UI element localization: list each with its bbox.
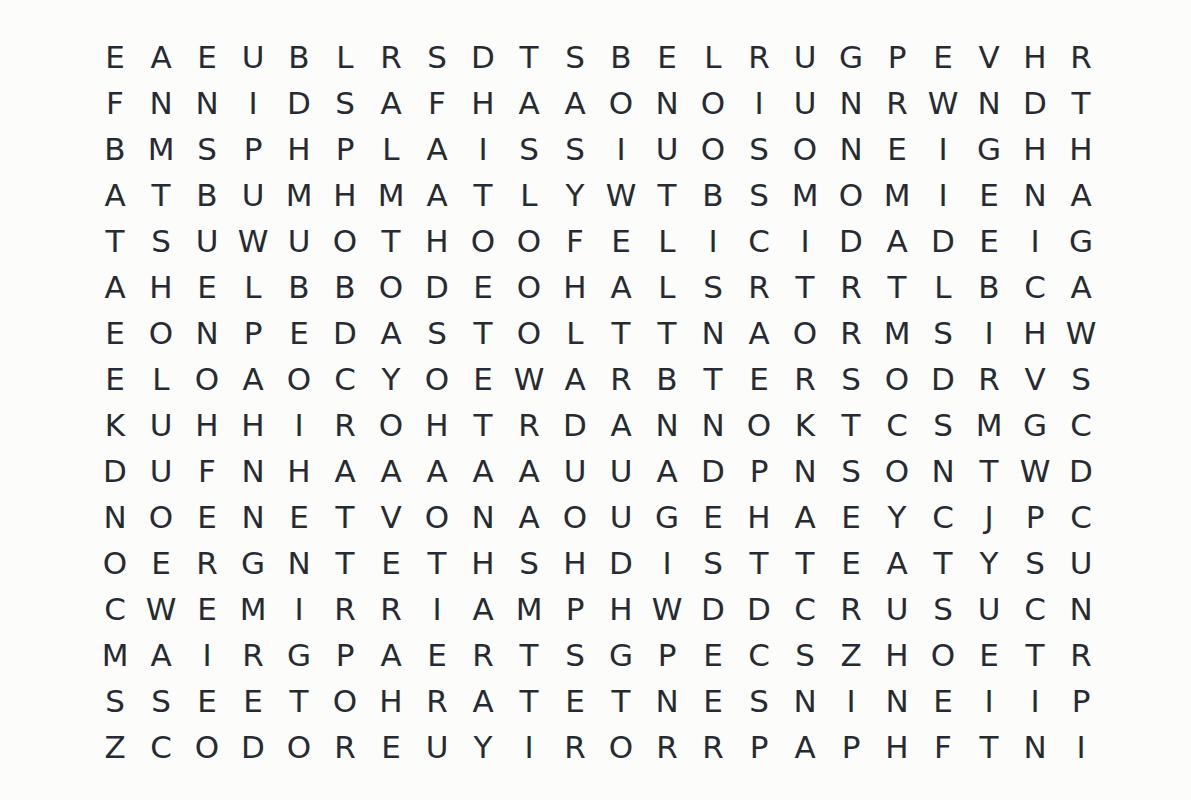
grid-cell-r13c1[interactable]: C (92, 586, 138, 632)
grid-cell-r15c1[interactable]: S (92, 678, 138, 724)
grid-cell-r5c3[interactable]: U (184, 218, 230, 264)
grid-cell-r12c14[interactable]: S (690, 540, 736, 586)
grid-cell-r15c18[interactable]: N (874, 678, 920, 724)
grid-cell-r15c4[interactable]: E (230, 678, 276, 724)
grid-cell-r6c10[interactable]: O (506, 264, 552, 310)
grid-cell-r6c2[interactable]: H (138, 264, 184, 310)
grid-cell-r15c9[interactable]: A (460, 678, 506, 724)
grid-cell-r6c22[interactable]: A (1058, 264, 1104, 310)
grid-cell-r3c11[interactable]: S (552, 126, 598, 172)
grid-cell-r6c13[interactable]: L (644, 264, 690, 310)
grid-cell-r8c3[interactable]: O (184, 356, 230, 402)
grid-cell-r13c9[interactable]: A (460, 586, 506, 632)
grid-cell-r8c12[interactable]: R (598, 356, 644, 402)
grid-cell-r5c10[interactable]: O (506, 218, 552, 264)
grid-cell-r2c6[interactable]: S (322, 80, 368, 126)
grid-cell-r11c10[interactable]: A (506, 494, 552, 540)
grid-cell-r4c4[interactable]: U (230, 172, 276, 218)
grid-cell-r8c20[interactable]: R (966, 356, 1012, 402)
grid-cell-r4c10[interactable]: L (506, 172, 552, 218)
grid-cell-r10c7[interactable]: A (368, 448, 414, 494)
grid-cell-r12c16[interactable]: T (782, 540, 828, 586)
grid-cell-r12c5[interactable]: N (276, 540, 322, 586)
grid-cell-r1c19[interactable]: E (920, 34, 966, 80)
grid-cell-r11c13[interactable]: G (644, 494, 690, 540)
grid-cell-r4c13[interactable]: T (644, 172, 690, 218)
grid-cell-r14c8[interactable]: E (414, 632, 460, 678)
grid-cell-r9c16[interactable]: K (782, 402, 828, 448)
grid-cell-r14c18[interactable]: H (874, 632, 920, 678)
grid-cell-r2c11[interactable]: A (552, 80, 598, 126)
grid-cell-r12c4[interactable]: G (230, 540, 276, 586)
grid-cell-r4c18[interactable]: M (874, 172, 920, 218)
grid-cell-r7c8[interactable]: S (414, 310, 460, 356)
grid-cell-r16c7[interactable]: E (368, 724, 414, 770)
grid-cell-r2c14[interactable]: O (690, 80, 736, 126)
grid-cell-r7c11[interactable]: L (552, 310, 598, 356)
grid-cell-r1c17[interactable]: G (828, 34, 874, 80)
grid-cell-r2c20[interactable]: N (966, 80, 1012, 126)
grid-cell-r16c6[interactable]: R (322, 724, 368, 770)
grid-cell-r15c10[interactable]: T (506, 678, 552, 724)
grid-cell-r2c7[interactable]: A (368, 80, 414, 126)
grid-cell-r9c2[interactable]: U (138, 402, 184, 448)
grid-cell-r8c5[interactable]: O (276, 356, 322, 402)
grid-cell-r10c9[interactable]: A (460, 448, 506, 494)
grid-cell-r7c5[interactable]: E (276, 310, 322, 356)
grid-cell-r1c20[interactable]: V (966, 34, 1012, 80)
grid-cell-r7c1[interactable]: E (92, 310, 138, 356)
grid-cell-r2c2[interactable]: N (138, 80, 184, 126)
grid-cell-r4c17[interactable]: O (828, 172, 874, 218)
grid-cell-r16c1[interactable]: Z (92, 724, 138, 770)
grid-cell-r14c3[interactable]: I (184, 632, 230, 678)
grid-cell-r10c1[interactable]: D (92, 448, 138, 494)
grid-cell-r13c10[interactable]: M (506, 586, 552, 632)
grid-cell-r9c4[interactable]: H (230, 402, 276, 448)
grid-cell-r5c17[interactable]: D (828, 218, 874, 264)
grid-cell-r15c6[interactable]: O (322, 678, 368, 724)
grid-cell-r13c15[interactable]: D (736, 586, 782, 632)
grid-cell-r15c20[interactable]: I (966, 678, 1012, 724)
grid-cell-r10c3[interactable]: F (184, 448, 230, 494)
grid-cell-r11c19[interactable]: C (920, 494, 966, 540)
grid-cell-r11c2[interactable]: O (138, 494, 184, 540)
grid-cell-r15c16[interactable]: N (782, 678, 828, 724)
grid-cell-r13c5[interactable]: I (276, 586, 322, 632)
grid-cell-r14c16[interactable]: S (782, 632, 828, 678)
grid-cell-r3c20[interactable]: G (966, 126, 1012, 172)
grid-cell-r5c14[interactable]: I (690, 218, 736, 264)
grid-cell-r8c9[interactable]: E (460, 356, 506, 402)
grid-cell-r16c19[interactable]: F (920, 724, 966, 770)
grid-cell-r9c13[interactable]: N (644, 402, 690, 448)
grid-cell-r1c8[interactable]: S (414, 34, 460, 80)
grid-cell-r8c7[interactable]: Y (368, 356, 414, 402)
grid-cell-r7c16[interactable]: O (782, 310, 828, 356)
grid-cell-r3c3[interactable]: S (184, 126, 230, 172)
grid-cell-r12c11[interactable]: H (552, 540, 598, 586)
grid-cell-r11c9[interactable]: N (460, 494, 506, 540)
grid-cell-r15c7[interactable]: H (368, 678, 414, 724)
grid-cell-r1c3[interactable]: E (184, 34, 230, 80)
grid-cell-r13c6[interactable]: R (322, 586, 368, 632)
grid-cell-r2c10[interactable]: A (506, 80, 552, 126)
grid-cell-r3c18[interactable]: E (874, 126, 920, 172)
grid-cell-r16c15[interactable]: P (736, 724, 782, 770)
grid-cell-r10c13[interactable]: A (644, 448, 690, 494)
grid-cell-r14c12[interactable]: G (598, 632, 644, 678)
grid-cell-r8c13[interactable]: B (644, 356, 690, 402)
grid-cell-r10c17[interactable]: S (828, 448, 874, 494)
grid-cell-r8c17[interactable]: S (828, 356, 874, 402)
grid-cell-r9c8[interactable]: H (414, 402, 460, 448)
grid-cell-r9c3[interactable]: H (184, 402, 230, 448)
grid-cell-r14c20[interactable]: E (966, 632, 1012, 678)
grid-cell-r9c6[interactable]: R (322, 402, 368, 448)
grid-cell-r8c2[interactable]: L (138, 356, 184, 402)
grid-cell-r1c4[interactable]: U (230, 34, 276, 80)
grid-cell-r4c3[interactable]: B (184, 172, 230, 218)
grid-cell-r8c18[interactable]: O (874, 356, 920, 402)
grid-cell-r2c13[interactable]: N (644, 80, 690, 126)
grid-cell-r10c12[interactable]: U (598, 448, 644, 494)
grid-cell-r1c6[interactable]: L (322, 34, 368, 80)
grid-cell-r16c11[interactable]: R (552, 724, 598, 770)
grid-cell-r11c3[interactable]: E (184, 494, 230, 540)
grid-cell-r6c15[interactable]: R (736, 264, 782, 310)
grid-cell-r13c8[interactable]: I (414, 586, 460, 632)
grid-cell-r2c1[interactable]: F (92, 80, 138, 126)
grid-cell-r7c20[interactable]: I (966, 310, 1012, 356)
grid-cell-r10c16[interactable]: N (782, 448, 828, 494)
grid-cell-r8c21[interactable]: V (1012, 356, 1058, 402)
grid-cell-r9c7[interactable]: O (368, 402, 414, 448)
grid-cell-r2c4[interactable]: I (230, 80, 276, 126)
grid-cell-r16c14[interactable]: R (690, 724, 736, 770)
grid-cell-r13c7[interactable]: R (368, 586, 414, 632)
grid-cell-r15c21[interactable]: I (1012, 678, 1058, 724)
grid-cell-r7c2[interactable]: O (138, 310, 184, 356)
grid-cell-r12c12[interactable]: D (598, 540, 644, 586)
grid-cell-r6c1[interactable]: A (92, 264, 138, 310)
grid-cell-r3c19[interactable]: I (920, 126, 966, 172)
grid-cell-r3c21[interactable]: H (1012, 126, 1058, 172)
grid-cell-r5c13[interactable]: L (644, 218, 690, 264)
grid-cell-r13c12[interactable]: H (598, 586, 644, 632)
grid-cell-r5c19[interactable]: D (920, 218, 966, 264)
grid-cell-r16c16[interactable]: A (782, 724, 828, 770)
grid-cell-r15c14[interactable]: E (690, 678, 736, 724)
grid-cell-r3c13[interactable]: U (644, 126, 690, 172)
grid-cell-r5c7[interactable]: T (368, 218, 414, 264)
grid-cell-r2c5[interactable]: D (276, 80, 322, 126)
grid-cell-r15c13[interactable]: N (644, 678, 690, 724)
grid-cell-r8c11[interactable]: A (552, 356, 598, 402)
grid-cell-r4c9[interactable]: T (460, 172, 506, 218)
grid-cell-r6c7[interactable]: O (368, 264, 414, 310)
grid-cell-r10c20[interactable]: T (966, 448, 1012, 494)
grid-cell-r13c18[interactable]: U (874, 586, 920, 632)
grid-cell-r6c11[interactable]: H (552, 264, 598, 310)
grid-cell-r3c7[interactable]: L (368, 126, 414, 172)
grid-cell-r1c11[interactable]: S (552, 34, 598, 80)
grid-cell-r13c11[interactable]: P (552, 586, 598, 632)
grid-cell-r12c20[interactable]: Y (966, 540, 1012, 586)
grid-cell-r3c10[interactable]: S (506, 126, 552, 172)
grid-cell-r8c19[interactable]: D (920, 356, 966, 402)
grid-cell-r5c6[interactable]: O (322, 218, 368, 264)
grid-cell-r2c12[interactable]: O (598, 80, 644, 126)
grid-cell-r13c3[interactable]: E (184, 586, 230, 632)
grid-cell-r14c4[interactable]: R (230, 632, 276, 678)
grid-cell-r5c21[interactable]: I (1012, 218, 1058, 264)
grid-cell-r7c4[interactable]: P (230, 310, 276, 356)
grid-cell-r14c10[interactable]: T (506, 632, 552, 678)
grid-cell-r16c2[interactable]: C (138, 724, 184, 770)
grid-cell-r16c20[interactable]: T (966, 724, 1012, 770)
grid-cell-r14c2[interactable]: A (138, 632, 184, 678)
grid-cell-r3c1[interactable]: B (92, 126, 138, 172)
grid-cell-r5c12[interactable]: E (598, 218, 644, 264)
grid-cell-r16c4[interactable]: D (230, 724, 276, 770)
grid-cell-r12c22[interactable]: U (1058, 540, 1104, 586)
grid-cell-r5c4[interactable]: W (230, 218, 276, 264)
grid-cell-r11c18[interactable]: Y (874, 494, 920, 540)
grid-cell-r9c18[interactable]: C (874, 402, 920, 448)
grid-cell-r5c11[interactable]: F (552, 218, 598, 264)
grid-cell-r16c22[interactable]: I (1058, 724, 1104, 770)
grid-cell-r2c16[interactable]: U (782, 80, 828, 126)
grid-cell-r3c22[interactable]: H (1058, 126, 1104, 172)
grid-cell-r4c11[interactable]: Y (552, 172, 598, 218)
grid-cell-r8c1[interactable]: E (92, 356, 138, 402)
grid-cell-r10c19[interactable]: N (920, 448, 966, 494)
grid-cell-r4c7[interactable]: M (368, 172, 414, 218)
grid-cell-r3c14[interactable]: O (690, 126, 736, 172)
grid-cell-r10c6[interactable]: A (322, 448, 368, 494)
grid-cell-r9c5[interactable]: I (276, 402, 322, 448)
grid-cell-r14c5[interactable]: G (276, 632, 322, 678)
grid-cell-r11c21[interactable]: P (1012, 494, 1058, 540)
grid-cell-r9c15[interactable]: O (736, 402, 782, 448)
grid-cell-r14c6[interactable]: P (322, 632, 368, 678)
grid-cell-r16c9[interactable]: Y (460, 724, 506, 770)
grid-cell-r15c8[interactable]: R (414, 678, 460, 724)
grid-cell-r8c6[interactable]: C (322, 356, 368, 402)
grid-cell-r13c20[interactable]: U (966, 586, 1012, 632)
grid-cell-r12c3[interactable]: R (184, 540, 230, 586)
grid-cell-r5c16[interactable]: I (782, 218, 828, 264)
grid-cell-r6c16[interactable]: T (782, 264, 828, 310)
grid-cell-r14c21[interactable]: T (1012, 632, 1058, 678)
grid-cell-r3c12[interactable]: I (598, 126, 644, 172)
grid-cell-r13c21[interactable]: C (1012, 586, 1058, 632)
grid-cell-r7c22[interactable]: W (1058, 310, 1104, 356)
grid-cell-r6c3[interactable]: E (184, 264, 230, 310)
grid-cell-r8c15[interactable]: E (736, 356, 782, 402)
grid-cell-r5c18[interactable]: A (874, 218, 920, 264)
grid-cell-r1c16[interactable]: U (782, 34, 828, 80)
grid-cell-r7c7[interactable]: A (368, 310, 414, 356)
grid-cell-r14c13[interactable]: P (644, 632, 690, 678)
grid-cell-r11c16[interactable]: A (782, 494, 828, 540)
grid-cell-r1c7[interactable]: R (368, 34, 414, 80)
grid-cell-r14c15[interactable]: C (736, 632, 782, 678)
grid-cell-r5c2[interactable]: S (138, 218, 184, 264)
grid-cell-r6c17[interactable]: R (828, 264, 874, 310)
grid-cell-r13c16[interactable]: C (782, 586, 828, 632)
grid-cell-r6c18[interactable]: T (874, 264, 920, 310)
grid-cell-r12c8[interactable]: T (414, 540, 460, 586)
grid-cell-r4c16[interactable]: M (782, 172, 828, 218)
grid-cell-r11c5[interactable]: E (276, 494, 322, 540)
grid-cell-r5c20[interactable]: E (966, 218, 1012, 264)
grid-cell-r12c15[interactable]: T (736, 540, 782, 586)
grid-cell-r16c3[interactable]: O (184, 724, 230, 770)
grid-cell-r11c22[interactable]: C (1058, 494, 1104, 540)
grid-cell-r3c8[interactable]: A (414, 126, 460, 172)
grid-cell-r4c5[interactable]: M (276, 172, 322, 218)
grid-cell-r5c15[interactable]: C (736, 218, 782, 264)
grid-cell-r7c15[interactable]: A (736, 310, 782, 356)
grid-cell-r14c19[interactable]: O (920, 632, 966, 678)
grid-cell-r7c12[interactable]: T (598, 310, 644, 356)
grid-cell-r1c18[interactable]: P (874, 34, 920, 80)
grid-cell-r1c5[interactable]: B (276, 34, 322, 80)
grid-cell-r5c22[interactable]: G (1058, 218, 1104, 264)
grid-cell-r10c5[interactable]: H (276, 448, 322, 494)
grid-cell-r15c15[interactable]: S (736, 678, 782, 724)
grid-cell-r12c13[interactable]: I (644, 540, 690, 586)
grid-cell-r14c14[interactable]: E (690, 632, 736, 678)
grid-cell-r10c15[interactable]: P (736, 448, 782, 494)
grid-cell-r10c22[interactable]: D (1058, 448, 1104, 494)
grid-cell-r5c8[interactable]: H (414, 218, 460, 264)
grid-cell-r7c10[interactable]: O (506, 310, 552, 356)
grid-cell-r2c15[interactable]: I (736, 80, 782, 126)
grid-cell-r9c19[interactable]: S (920, 402, 966, 448)
grid-cell-r7c18[interactable]: M (874, 310, 920, 356)
grid-cell-r12c19[interactable]: T (920, 540, 966, 586)
grid-cell-r15c11[interactable]: E (552, 678, 598, 724)
grid-cell-r13c14[interactable]: D (690, 586, 736, 632)
grid-cell-r11c8[interactable]: O (414, 494, 460, 540)
grid-cell-r15c5[interactable]: T (276, 678, 322, 724)
grid-cell-r2c19[interactable]: W (920, 80, 966, 126)
grid-cell-r4c14[interactable]: B (690, 172, 736, 218)
grid-cell-r11c4[interactable]: N (230, 494, 276, 540)
grid-cell-r1c15[interactable]: R (736, 34, 782, 80)
grid-cell-r12c17[interactable]: E (828, 540, 874, 586)
grid-cell-r3c17[interactable]: N (828, 126, 874, 172)
grid-cell-r9c21[interactable]: G (1012, 402, 1058, 448)
grid-cell-r11c20[interactable]: J (966, 494, 1012, 540)
grid-cell-r10c18[interactable]: O (874, 448, 920, 494)
grid-cell-r15c22[interactable]: P (1058, 678, 1104, 724)
grid-cell-r12c6[interactable]: T (322, 540, 368, 586)
grid-cell-r7c19[interactable]: S (920, 310, 966, 356)
grid-cell-r6c6[interactable]: B (322, 264, 368, 310)
grid-cell-r6c5[interactable]: B (276, 264, 322, 310)
grid-cell-r13c22[interactable]: N (1058, 586, 1104, 632)
grid-cell-r14c1[interactable]: M (92, 632, 138, 678)
grid-cell-r7c21[interactable]: H (1012, 310, 1058, 356)
grid-cell-r2c8[interactable]: F (414, 80, 460, 126)
grid-cell-r4c21[interactable]: N (1012, 172, 1058, 218)
grid-cell-r12c2[interactable]: E (138, 540, 184, 586)
grid-cell-r2c9[interactable]: H (460, 80, 506, 126)
grid-cell-r9c12[interactable]: A (598, 402, 644, 448)
grid-cell-r4c15[interactable]: S (736, 172, 782, 218)
grid-cell-r6c20[interactable]: B (966, 264, 1012, 310)
grid-cell-r11c7[interactable]: V (368, 494, 414, 540)
grid-cell-r5c9[interactable]: O (460, 218, 506, 264)
grid-cell-r8c16[interactable]: R (782, 356, 828, 402)
grid-cell-r7c6[interactable]: D (322, 310, 368, 356)
grid-cell-r15c3[interactable]: E (184, 678, 230, 724)
grid-cell-r11c17[interactable]: E (828, 494, 874, 540)
grid-cell-r10c2[interactable]: U (138, 448, 184, 494)
grid-cell-r4c19[interactable]: I (920, 172, 966, 218)
grid-cell-r4c8[interactable]: A (414, 172, 460, 218)
grid-cell-r6c4[interactable]: L (230, 264, 276, 310)
grid-cell-r15c12[interactable]: T (598, 678, 644, 724)
grid-cell-r7c17[interactable]: R (828, 310, 874, 356)
grid-cell-r13c4[interactable]: M (230, 586, 276, 632)
grid-cell-r16c8[interactable]: U (414, 724, 460, 770)
grid-cell-r16c13[interactable]: R (644, 724, 690, 770)
grid-cell-r1c2[interactable]: A (138, 34, 184, 80)
grid-cell-r12c9[interactable]: H (460, 540, 506, 586)
grid-cell-r11c15[interactable]: H (736, 494, 782, 540)
grid-cell-r14c7[interactable]: A (368, 632, 414, 678)
grid-cell-r6c21[interactable]: C (1012, 264, 1058, 310)
grid-cell-r4c20[interactable]: E (966, 172, 1012, 218)
grid-cell-r8c22[interactable]: S (1058, 356, 1104, 402)
grid-cell-r1c21[interactable]: H (1012, 34, 1058, 80)
grid-cell-r11c1[interactable]: N (92, 494, 138, 540)
grid-cell-r8c4[interactable]: A (230, 356, 276, 402)
grid-cell-r8c10[interactable]: W (506, 356, 552, 402)
grid-cell-r7c14[interactable]: N (690, 310, 736, 356)
grid-cell-r6c19[interactable]: L (920, 264, 966, 310)
grid-cell-r11c6[interactable]: T (322, 494, 368, 540)
grid-cell-r12c10[interactable]: S (506, 540, 552, 586)
grid-cell-r10c4[interactable]: N (230, 448, 276, 494)
grid-cell-r15c19[interactable]: E (920, 678, 966, 724)
grid-cell-r4c6[interactable]: H (322, 172, 368, 218)
grid-cell-r1c1[interactable]: E (92, 34, 138, 80)
grid-cell-r5c5[interactable]: U (276, 218, 322, 264)
grid-cell-r16c12[interactable]: O (598, 724, 644, 770)
grid-cell-r10c14[interactable]: D (690, 448, 736, 494)
grid-cell-r11c12[interactable]: U (598, 494, 644, 540)
grid-cell-r9c1[interactable]: K (92, 402, 138, 448)
grid-cell-r2c22[interactable]: T (1058, 80, 1104, 126)
grid-cell-r3c4[interactable]: P (230, 126, 276, 172)
grid-cell-r7c3[interactable]: N (184, 310, 230, 356)
grid-cell-r4c1[interactable]: A (92, 172, 138, 218)
grid-cell-r10c8[interactable]: A (414, 448, 460, 494)
grid-cell-r9c11[interactable]: D (552, 402, 598, 448)
grid-cell-r5c1[interactable]: T (92, 218, 138, 264)
grid-cell-r16c5[interactable]: O (276, 724, 322, 770)
grid-cell-r3c5[interactable]: H (276, 126, 322, 172)
grid-cell-r6c14[interactable]: S (690, 264, 736, 310)
grid-cell-r3c2[interactable]: M (138, 126, 184, 172)
grid-cell-r4c22[interactable]: A (1058, 172, 1104, 218)
